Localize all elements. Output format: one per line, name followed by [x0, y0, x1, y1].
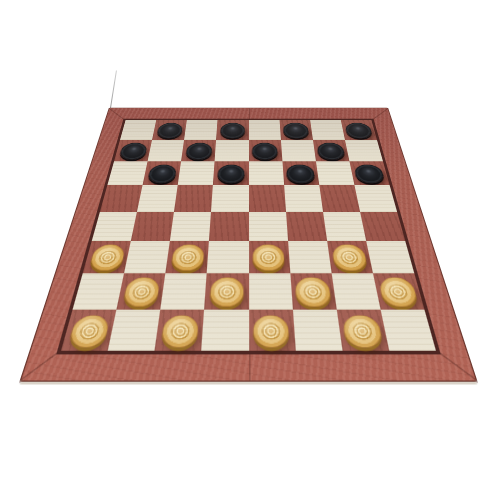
black-checker[interactable]: [217, 165, 245, 184]
board-square-c1[interactable]: [155, 310, 205, 351]
checkers-board: [19, 108, 477, 382]
board-square-h7[interactable]: [345, 140, 383, 162]
board-square-h8[interactable]: [341, 120, 377, 140]
board-square-a2[interactable]: [73, 273, 125, 309]
board-square-f7[interactable]: [281, 140, 316, 162]
board-square-b8[interactable]: [152, 120, 187, 140]
board-square-e2[interactable]: [249, 273, 293, 309]
board-square-b3[interactable]: [124, 241, 170, 273]
board-square-f5[interactable]: [284, 185, 323, 211]
board-square-d2[interactable]: [205, 273, 249, 309]
board-square-e4[interactable]: [249, 212, 288, 241]
board-square-a3[interactable]: [83, 241, 131, 273]
board-square-h1[interactable]: [380, 310, 436, 351]
gold-checker[interactable]: [332, 245, 368, 271]
board-square-h6[interactable]: [349, 162, 389, 186]
gold-checker[interactable]: [253, 245, 286, 271]
board-square-d4[interactable]: [209, 212, 248, 241]
board-square-g3[interactable]: [327, 241, 373, 273]
background-artifact-line: [110, 70, 117, 108]
board-square-a5[interactable]: [100, 185, 143, 211]
board-square-f3[interactable]: [288, 241, 332, 273]
board-square-g8[interactable]: [310, 120, 345, 140]
board-square-b5[interactable]: [137, 185, 178, 211]
board-square-f8[interactable]: [279, 120, 312, 140]
board-square-e6[interactable]: [249, 162, 284, 186]
black-checker[interactable]: [354, 165, 386, 184]
frame-miter-line: [436, 350, 477, 381]
board-square-d8[interactable]: [216, 120, 248, 140]
board-square-d6[interactable]: [213, 162, 248, 186]
board-square-f4[interactable]: [286, 212, 327, 241]
board-square-c7[interactable]: [181, 140, 216, 162]
squares-grid: [61, 120, 436, 351]
board-square-g4[interactable]: [323, 212, 366, 241]
black-checker[interactable]: [317, 143, 346, 160]
black-checker[interactable]: [147, 165, 178, 184]
board-square-e5[interactable]: [249, 185, 286, 211]
board-square-b6[interactable]: [143, 162, 182, 186]
board-square-a6[interactable]: [107, 162, 147, 186]
board-square-g5[interactable]: [319, 185, 360, 211]
frame-miter-line: [20, 350, 61, 381]
black-checker[interactable]: [156, 123, 184, 139]
gold-checker[interactable]: [88, 245, 126, 271]
board-square-c5[interactable]: [174, 185, 213, 211]
board-square-h3[interactable]: [366, 241, 414, 273]
black-checker[interactable]: [283, 123, 309, 139]
board-square-c8[interactable]: [184, 120, 217, 140]
gold-checker[interactable]: [253, 315, 290, 348]
gold-checker[interactable]: [67, 315, 111, 348]
board-square-d3[interactable]: [207, 241, 248, 273]
board-square-g7[interactable]: [313, 140, 350, 162]
board-square-c6[interactable]: [178, 162, 215, 186]
board-square-a4[interactable]: [92, 212, 137, 241]
frame-seam-top: [249, 108, 250, 119]
board-square-b1[interactable]: [108, 310, 161, 351]
board-square-a8[interactable]: [120, 120, 156, 140]
board-square-e7[interactable]: [249, 140, 283, 162]
board-square-d5[interactable]: [211, 185, 248, 211]
gold-checker[interactable]: [209, 278, 244, 307]
black-checker[interactable]: [185, 143, 213, 160]
gold-checker[interactable]: [378, 278, 419, 307]
board-square-b2[interactable]: [117, 273, 166, 309]
board-square-f1[interactable]: [292, 310, 342, 351]
photo-background: [0, 0, 500, 500]
gold-checker[interactable]: [342, 315, 384, 348]
frame-seam-bottom: [249, 353, 251, 380]
board-square-e3[interactable]: [249, 241, 290, 273]
board-square-d7[interactable]: [215, 140, 249, 162]
board-square-c4[interactable]: [170, 212, 211, 241]
board-square-h4[interactable]: [360, 212, 405, 241]
board-square-h2[interactable]: [373, 273, 425, 309]
board-square-c2[interactable]: [161, 273, 208, 309]
board-square-f6[interactable]: [282, 162, 319, 186]
board-square-c3[interactable]: [166, 241, 210, 273]
board-square-d1[interactable]: [202, 310, 249, 351]
black-checker[interactable]: [252, 143, 279, 160]
board-square-a7[interactable]: [114, 140, 152, 162]
black-checker[interactable]: [220, 123, 245, 139]
gold-checker[interactable]: [160, 315, 199, 348]
board-square-h5[interactable]: [354, 185, 397, 211]
gold-checker[interactable]: [295, 278, 332, 307]
board-square-e1[interactable]: [249, 310, 296, 351]
black-checker[interactable]: [118, 143, 148, 160]
playing-area: [56, 119, 441, 355]
board-square-b4[interactable]: [131, 212, 174, 241]
black-checker[interactable]: [286, 165, 315, 184]
frame-miter-line: [371, 108, 388, 120]
black-checker[interactable]: [344, 123, 373, 139]
board-square-e8[interactable]: [249, 120, 281, 140]
board-square-b7[interactable]: [148, 140, 185, 162]
board-square-g6[interactable]: [316, 162, 355, 186]
gold-checker[interactable]: [170, 245, 205, 271]
gold-checker[interactable]: [122, 278, 161, 307]
board-square-f2[interactable]: [290, 273, 337, 309]
